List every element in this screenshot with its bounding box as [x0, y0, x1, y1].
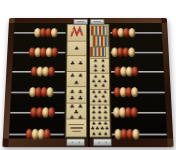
bead-group — [29, 87, 52, 97]
game-board: ♣♣♣♣♣♣♣♣♣♣♣♣♣♣♣ ♣♣♣♣♣♣♣♣♣♣♣♣♣♣♣♣♣♣♣♣♣♣♣♣… — [2, 18, 173, 147]
bead-cream[interactable] — [47, 87, 54, 97]
bead-group — [112, 28, 134, 37]
latch-plate-right — [90, 19, 105, 25]
hinge-plate-right — [93, 138, 112, 146]
club-pip-icon: ♣ — [78, 61, 83, 66]
club-pip-icon: ♣ — [98, 115, 102, 119]
bead-group — [31, 67, 54, 77]
right-rod-5 — [111, 107, 166, 117]
bead-cream[interactable] — [133, 129, 140, 140]
card-4-of-clubs: ♣♣♣♣ — [67, 87, 86, 103]
card-7-of-clubs: ♣♣♣♣♣♣♣ — [90, 74, 109, 89]
screw-icon — [98, 141, 100, 143]
card-maker-s-label-illegible-engraving — [66, 119, 86, 136]
left-rod-4 — [11, 87, 65, 97]
club-pip-icon: ♣ — [97, 99, 101, 103]
club-pip-icon: ♣ — [93, 84, 97, 88]
court-figure-icon — [68, 26, 87, 39]
card-column-right: ♣♣♣♣♣♣♣♣♣♣♣♣♣♣♣♣♣♣♣♣♣♣♣♣♣♣♣♣♣♣♣♣♣♣♣♣♣♣♣♣ — [89, 24, 111, 138]
latch-plate-left — [73, 19, 88, 25]
bead-red[interactable] — [48, 67, 55, 77]
bead-red[interactable] — [51, 47, 58, 57]
bead-cream[interactable] — [51, 28, 58, 37]
club-pip-icon: ♣ — [70, 95, 75, 100]
maker-label-text-line — [70, 127, 83, 128]
club-pip-icon: ♣ — [74, 80, 79, 85]
bead-group — [31, 107, 55, 117]
screw-icon — [71, 141, 73, 143]
bead-cream[interactable] — [129, 28, 136, 37]
left-rod-5 — [10, 107, 65, 117]
right-rod-2 — [110, 47, 163, 57]
card-10-of-clubs: ♣♣♣♣♣♣♣♣♣♣ — [90, 121, 110, 136]
court-card-icon — [91, 26, 108, 36]
card-5-of-clubs: ♣♣♣♣♣ — [66, 103, 86, 119]
bead-group — [113, 107, 137, 117]
bead-red[interactable] — [48, 107, 55, 117]
bead-cream[interactable] — [128, 47, 135, 57]
maker-label-text-line — [68, 124, 84, 125]
club-pip-icon: ♣ — [93, 69, 97, 73]
screw-icon — [78, 141, 80, 143]
club-pip-icon: ♣ — [104, 132, 108, 137]
bead-group — [115, 67, 138, 77]
club-pip-icon: ♣ — [101, 84, 105, 88]
club-pip-icon: ♣ — [70, 89, 75, 94]
club-pip-icon: ♣ — [103, 115, 107, 119]
club-pip-icon: ♣ — [92, 132, 96, 137]
court-card-icon — [93, 36, 109, 47]
right-bead-recess — [110, 23, 167, 138]
bead-group — [25, 129, 49, 140]
left-rod-2 — [13, 47, 66, 57]
bead-red[interactable] — [43, 129, 50, 140]
left-rod-1 — [14, 28, 66, 37]
club-pip-icon: ♣ — [70, 61, 75, 66]
right-rod-1 — [110, 28, 162, 37]
bead-group — [114, 87, 137, 97]
fold-seam — [88, 18, 89, 147]
right-rod-3 — [111, 67, 165, 77]
right-rod-4 — [111, 87, 165, 97]
court-card-icon — [90, 46, 106, 57]
right-rod-6 — [112, 129, 168, 140]
card-3-of-clubs: ♣♣♣ — [67, 72, 86, 88]
club-pip-icon: ♣ — [78, 73, 83, 78]
card-jack-of-clubs — [68, 25, 87, 42]
club-pip-icon: ♣ — [103, 99, 107, 103]
card-column-left: ♣♣♣♣♣♣♣♣♣♣♣♣♣♣♣ — [65, 24, 87, 138]
bead-group — [34, 28, 56, 37]
bead-cream[interactable] — [132, 87, 139, 97]
left-rod-6 — [9, 129, 65, 140]
club-pip-icon: ♣ — [74, 46, 79, 51]
screw-icon — [105, 141, 107, 143]
photo-scene: ♣♣♣♣♣♣♣♣♣♣♣♣♣♣♣ ♣♣♣♣♣♣♣♣♣♣♣♣♣♣♣♣♣♣♣♣♣♣♣♣… — [0, 0, 176, 150]
club-pip-icon: ♣ — [78, 95, 83, 100]
card-6-of-clubs: ♣♣♣♣♣♣ — [90, 59, 109, 74]
hinge-plate-left — [66, 138, 85, 146]
bead-red[interactable] — [132, 67, 139, 77]
left-bead-recess — [9, 23, 66, 138]
left-rod-3 — [12, 67, 66, 77]
card-overlapping-court-cards-king-queen-jack-of-clubs — [90, 25, 109, 59]
card-8-of-clubs: ♣♣♣♣♣♣♣♣ — [90, 89, 109, 105]
club-pip-icon: ♣ — [101, 69, 105, 73]
bead-group — [111, 47, 134, 57]
bead-group — [29, 47, 57, 57]
bead-red[interactable] — [130, 107, 137, 117]
card-ace-of-clubs: ♣ — [67, 41, 86, 56]
card-2-of-clubs: ♣♣ — [67, 56, 86, 71]
club-pip-icon: ♣ — [78, 103, 83, 108]
club-pip-icon: ♣ — [92, 115, 96, 119]
card-9-of-clubs: ♣♣♣♣♣♣♣♣♣ — [90, 105, 110, 121]
bead-group — [115, 129, 139, 140]
club-pip-icon: ♣ — [78, 89, 83, 94]
club-pip-icon: ♣ — [70, 73, 75, 78]
club-pip-icon: ♣ — [98, 132, 102, 137]
maker-label-text-line — [72, 130, 81, 131]
club-pip-icon: ♣ — [92, 99, 96, 103]
